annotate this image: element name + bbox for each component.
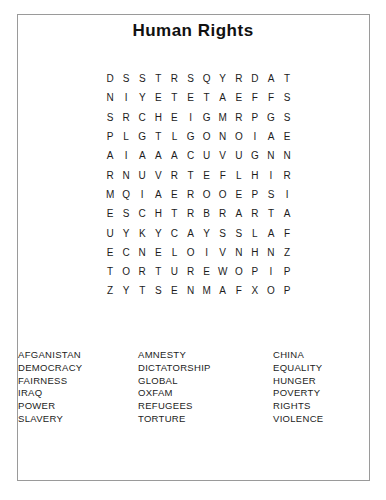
word-item-global: GLOBAL bbox=[138, 375, 211, 388]
grid-cell-r12c9[interactable]: F bbox=[231, 281, 247, 300]
grid-cell-r12c11[interactable]: O bbox=[263, 281, 279, 300]
grid-cell-r2c1[interactable]: N bbox=[102, 88, 118, 107]
grid-cell-r12c10[interactable]: X bbox=[247, 281, 263, 300]
word-list-column-2: AMNESTYDICTATORSHIPGLOBALOXFAMREFUGEESTO… bbox=[138, 349, 211, 426]
word-item-refugees: REFUGEES bbox=[138, 400, 211, 413]
word-search-grid: DSSTRSQYRDATNIYETETAEFFSSRCHEIGMRPGSPLGT… bbox=[102, 69, 295, 301]
grid-cell-r4c2[interactable]: L bbox=[118, 127, 134, 146]
grid-cell-r4c10[interactable]: I bbox=[247, 127, 263, 146]
grid-cell-r12c1[interactable]: Z bbox=[102, 281, 118, 300]
grid-cell-r4c6[interactable]: G bbox=[182, 127, 198, 146]
grid-cell-r10c10[interactable]: H bbox=[247, 243, 263, 262]
word-item-amnesty: AMNESTY bbox=[138, 349, 211, 362]
grid-cell-r7c3[interactable]: I bbox=[134, 185, 150, 204]
grid-cell-r7c5[interactable]: E bbox=[166, 185, 182, 204]
grid-cell-r2c6[interactable]: E bbox=[182, 88, 198, 107]
grid-cell-r6c7[interactable]: E bbox=[199, 165, 215, 184]
grid-cell-r2c2[interactable]: I bbox=[118, 88, 134, 107]
grid-cell-r7c1[interactable]: M bbox=[102, 185, 118, 204]
word-item-afganistan: AFGANISTAN bbox=[18, 349, 82, 362]
grid-cell-r8c11[interactable]: T bbox=[263, 204, 279, 223]
grid-cell-r6c4[interactable]: V bbox=[150, 165, 166, 184]
puzzle-title: Human Rights bbox=[0, 21, 386, 41]
grid-cell-r12c2[interactable]: Y bbox=[118, 281, 134, 300]
grid-cell-r1c12[interactable]: T bbox=[279, 69, 295, 88]
grid-cell-r6c10[interactable]: H bbox=[247, 165, 263, 184]
grid-cell-r4c11[interactable]: A bbox=[263, 127, 279, 146]
grid-cell-r8c7[interactable]: B bbox=[199, 204, 215, 223]
grid-cell-r8c12[interactable]: A bbox=[279, 204, 295, 223]
word-item-oxfam: OXFAM bbox=[138, 387, 211, 400]
grid-cell-r4c4[interactable]: T bbox=[150, 127, 166, 146]
grid-cell-r6c6[interactable]: T bbox=[182, 165, 198, 184]
grid-cell-r9c10[interactable]: L bbox=[247, 223, 263, 242]
grid-cell-r7c8[interactable]: O bbox=[215, 185, 231, 204]
grid-cell-r8c4[interactable]: H bbox=[150, 204, 166, 223]
word-list-column-1: AFGANISTANDEMOCRACYFAIRNESSIRAQPOWERSLAV… bbox=[18, 349, 82, 426]
grid-cell-r1c6[interactable]: S bbox=[182, 69, 198, 88]
grid-cell-r11c1[interactable]: T bbox=[102, 262, 118, 281]
grid-cell-r5c8[interactable]: V bbox=[215, 146, 231, 165]
grid-cell-r9c2[interactable]: Y bbox=[118, 223, 134, 242]
grid-cell-r12c7[interactable]: M bbox=[199, 281, 215, 300]
word-item-china: CHINA bbox=[273, 349, 323, 362]
grid-cell-r10c5[interactable]: L bbox=[166, 243, 182, 262]
grid-cell-r12c4[interactable]: S bbox=[150, 281, 166, 300]
grid-cell-r7c6[interactable]: R bbox=[182, 185, 198, 204]
word-list-column-3: CHINAEQUALITYHUNGERPOVERTYRIGHTSVIOLENCE bbox=[273, 349, 323, 426]
grid-cell-r6c5[interactable]: R bbox=[166, 165, 182, 184]
grid-cell-r2c9[interactable]: E bbox=[231, 88, 247, 107]
grid-cell-r9c7[interactable]: Y bbox=[199, 223, 215, 242]
grid-cell-r7c9[interactable]: E bbox=[231, 185, 247, 204]
grid-cell-r11c8[interactable]: W bbox=[215, 262, 231, 281]
grid-cell-r6c2[interactable]: N bbox=[118, 165, 134, 184]
grid-cell-r5c7[interactable]: U bbox=[199, 146, 215, 165]
grid-cell-r1c10[interactable]: D bbox=[247, 69, 263, 88]
grid-cell-r9c12[interactable]: F bbox=[279, 223, 295, 242]
grid-cell-r5c11[interactable]: N bbox=[263, 146, 279, 165]
grid-cell-r4c3[interactable]: G bbox=[134, 127, 150, 146]
grid-cell-r10c9[interactable]: N bbox=[231, 243, 247, 262]
grid-cell-r7c2[interactable]: Q bbox=[118, 185, 134, 204]
grid-cell-r7c12[interactable]: I bbox=[279, 185, 295, 204]
grid-cell-r3c9[interactable]: R bbox=[231, 108, 247, 127]
grid-cell-r11c7[interactable]: E bbox=[199, 262, 215, 281]
grid-cell-r9c1[interactable]: U bbox=[102, 223, 118, 242]
grid-cell-r8c1[interactable]: E bbox=[102, 204, 118, 223]
grid-cell-r5c1[interactable]: A bbox=[102, 146, 118, 165]
word-item-hunger: HUNGER bbox=[273, 375, 323, 388]
grid-cell-r7c11[interactable]: S bbox=[263, 185, 279, 204]
grid-cell-r3c4[interactable]: H bbox=[150, 108, 166, 127]
grid-cell-r5c12[interactable]: N bbox=[279, 146, 295, 165]
word-item-democracy: DEMOCRACY bbox=[18, 362, 82, 375]
word-item-torture: TORTURE bbox=[138, 413, 211, 426]
grid-cell-r11c4[interactable]: T bbox=[150, 262, 166, 281]
grid-cell-r3c8[interactable]: M bbox=[215, 108, 231, 127]
grid-cell-r3c6[interactable]: I bbox=[182, 108, 198, 127]
grid-cell-r7c7[interactable]: O bbox=[199, 185, 215, 204]
grid-cell-r8c9[interactable]: A bbox=[231, 204, 247, 223]
grid-cell-r8c3[interactable]: C bbox=[134, 204, 150, 223]
grid-cell-r3c1[interactable]: S bbox=[102, 108, 118, 127]
grid-cell-r3c10[interactable]: P bbox=[247, 108, 263, 127]
grid-cell-r2c3[interactable]: Y bbox=[134, 88, 150, 107]
grid-cell-r2c4[interactable]: E bbox=[150, 88, 166, 107]
worksheet-page: Human Rights DSSTRSQYRDATNIYETETAEFFSSRC… bbox=[0, 0, 386, 500]
word-item-rights: RIGHTS bbox=[273, 400, 323, 413]
grid-cell-r5c2[interactable]: I bbox=[118, 146, 134, 165]
grid-cell-r10c11[interactable]: N bbox=[263, 243, 279, 262]
word-item-poverty: POVERTY bbox=[273, 387, 323, 400]
grid-cell-r6c9[interactable]: L bbox=[231, 165, 247, 184]
grid-cell-r1c11[interactable]: A bbox=[263, 69, 279, 88]
grid-cell-r3c12[interactable]: S bbox=[279, 108, 295, 127]
grid-cell-r1c9[interactable]: R bbox=[231, 69, 247, 88]
grid-cell-r10c4[interactable]: E bbox=[150, 243, 166, 262]
grid-cell-r3c7[interactable]: G bbox=[199, 108, 215, 127]
grid-cell-r2c10[interactable]: F bbox=[247, 88, 263, 107]
grid-cell-r9c11[interactable]: A bbox=[263, 223, 279, 242]
grid-cell-r11c6[interactable]: R bbox=[182, 262, 198, 281]
grid-cell-r12c5[interactable]: E bbox=[166, 281, 182, 300]
grid-cell-r8c2[interactable]: S bbox=[118, 204, 134, 223]
grid-cell-r1c1[interactable]: D bbox=[102, 69, 118, 88]
grid-cell-r2c7[interactable]: T bbox=[199, 88, 215, 107]
grid-cell-r4c9[interactable]: O bbox=[231, 127, 247, 146]
word-item-slavery: SLAVERY bbox=[18, 413, 82, 426]
grid-cell-r5c5[interactable]: A bbox=[166, 146, 182, 165]
word-item-dictatorship: DICTATORSHIP bbox=[138, 362, 211, 375]
grid-cell-r5c3[interactable]: A bbox=[134, 146, 150, 165]
grid-cell-r1c4[interactable]: T bbox=[150, 69, 166, 88]
word-item-power: POWER bbox=[18, 400, 82, 413]
grid-cell-r2c12[interactable]: S bbox=[279, 88, 295, 107]
grid-cell-r9c9[interactable]: S bbox=[231, 223, 247, 242]
grid-cell-r3c5[interactable]: E bbox=[166, 108, 182, 127]
grid-cell-r10c6[interactable]: O bbox=[182, 243, 198, 262]
grid-cell-r2c5[interactable]: T bbox=[166, 88, 182, 107]
grid-cell-r10c1[interactable]: E bbox=[102, 243, 118, 262]
grid-cell-r4c8[interactable]: N bbox=[215, 127, 231, 146]
grid-cell-r1c5[interactable]: R bbox=[166, 69, 182, 88]
grid-cell-r11c11[interactable]: I bbox=[263, 262, 279, 281]
grid-cell-r10c2[interactable]: C bbox=[118, 243, 134, 262]
grid-cell-r10c7[interactable]: I bbox=[199, 243, 215, 262]
grid-cell-r3c3[interactable]: C bbox=[134, 108, 150, 127]
grid-cell-r7c10[interactable]: P bbox=[247, 185, 263, 204]
grid-cell-r8c10[interactable]: R bbox=[247, 204, 263, 223]
grid-cell-r9c6[interactable]: A bbox=[182, 223, 198, 242]
grid-cell-r9c4[interactable]: Y bbox=[150, 223, 166, 242]
grid-cell-r10c8[interactable]: V bbox=[215, 243, 231, 262]
grid-cell-r5c4[interactable]: A bbox=[150, 146, 166, 165]
grid-cell-r2c11[interactable]: F bbox=[263, 88, 279, 107]
grid-cell-r9c5[interactable]: C bbox=[166, 223, 182, 242]
grid-cell-r12c8[interactable]: A bbox=[215, 281, 231, 300]
grid-cell-r3c2[interactable]: R bbox=[118, 108, 134, 127]
grid-cell-r1c2[interactable]: S bbox=[118, 69, 134, 88]
grid-cell-r8c6[interactable]: R bbox=[182, 204, 198, 223]
grid-cell-r1c3[interactable]: S bbox=[134, 69, 150, 88]
grid-cell-r10c12[interactable]: Z bbox=[279, 243, 295, 262]
grid-cell-r6c11[interactable]: I bbox=[263, 165, 279, 184]
grid-cell-r11c12[interactable]: P bbox=[279, 262, 295, 281]
grid-cell-r2c8[interactable]: A bbox=[215, 88, 231, 107]
grid-cell-r10c3[interactable]: N bbox=[134, 243, 150, 262]
grid-cell-r6c1[interactable]: R bbox=[102, 165, 118, 184]
grid-cell-r4c12[interactable]: E bbox=[279, 127, 295, 146]
grid-cell-r8c5[interactable]: T bbox=[166, 204, 182, 223]
grid-cell-r5c9[interactable]: U bbox=[231, 146, 247, 165]
grid-cell-r11c5[interactable]: U bbox=[166, 262, 182, 281]
grid-cell-r1c7[interactable]: Q bbox=[199, 69, 215, 88]
grid-cell-r4c1[interactable]: P bbox=[102, 127, 118, 146]
grid-cell-r12c6[interactable]: N bbox=[182, 281, 198, 300]
grid-cell-r5c10[interactable]: G bbox=[247, 146, 263, 165]
grid-cell-r12c12[interactable]: P bbox=[279, 281, 295, 300]
word-item-violence: VIOLENCE bbox=[273, 413, 323, 426]
grid-cell-r4c7[interactable]: O bbox=[199, 127, 215, 146]
grid-cell-r6c8[interactable]: F bbox=[215, 165, 231, 184]
grid-cell-r11c2[interactable]: O bbox=[118, 262, 134, 281]
grid-cell-r5c6[interactable]: C bbox=[182, 146, 198, 165]
word-item-iraq: IRAQ bbox=[18, 387, 82, 400]
grid-cell-r6c12[interactable]: R bbox=[279, 165, 295, 184]
grid-cell-r11c9[interactable]: O bbox=[231, 262, 247, 281]
grid-cell-r3c11[interactable]: G bbox=[263, 108, 279, 127]
grid-cell-r11c10[interactable]: P bbox=[247, 262, 263, 281]
grid-cell-r11c3[interactable]: R bbox=[134, 262, 150, 281]
grid-cell-r8c8[interactable]: R bbox=[215, 204, 231, 223]
grid-cell-r6c3[interactable]: U bbox=[134, 165, 150, 184]
grid-cell-r9c3[interactable]: K bbox=[134, 223, 150, 242]
grid-cell-r9c8[interactable]: S bbox=[215, 223, 231, 242]
grid-cell-r7c4[interactable]: A bbox=[150, 185, 166, 204]
grid-cell-r12c3[interactable]: T bbox=[134, 281, 150, 300]
grid-cell-r4c5[interactable]: L bbox=[166, 127, 182, 146]
word-item-fairness: FAIRNESS bbox=[18, 375, 82, 388]
word-item-equality: EQUALITY bbox=[273, 362, 323, 375]
grid-cell-r1c8[interactable]: Y bbox=[215, 69, 231, 88]
